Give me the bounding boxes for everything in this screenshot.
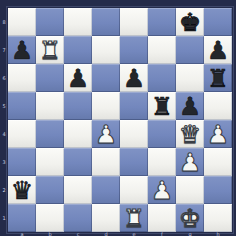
rank-label-5: 5 <box>0 92 8 120</box>
square-c4[interactable] <box>64 120 92 148</box>
square-a5[interactable] <box>8 92 36 120</box>
square-a1[interactable] <box>8 204 36 232</box>
square-e4[interactable] <box>120 120 148 148</box>
square-e5[interactable] <box>120 92 148 120</box>
square-h4[interactable]: ♟ <box>204 120 232 148</box>
square-f2[interactable]: ♟ <box>148 176 176 204</box>
square-d6[interactable] <box>92 64 120 92</box>
square-c5[interactable] <box>64 92 92 120</box>
square-a3[interactable] <box>8 148 36 176</box>
square-c3[interactable] <box>64 148 92 176</box>
square-f6[interactable] <box>148 64 176 92</box>
square-e3[interactable] <box>120 148 148 176</box>
square-f5[interactable]: ♜ <box>148 92 176 120</box>
rank-label-3: 3 <box>0 148 8 176</box>
square-b6[interactable] <box>36 64 64 92</box>
square-d8[interactable] <box>92 8 120 36</box>
piece-white-queen-g4[interactable]: ♛ <box>176 120 204 148</box>
square-g1[interactable]: ♚ <box>176 204 204 232</box>
square-c2[interactable] <box>64 176 92 204</box>
square-e2[interactable] <box>120 176 148 204</box>
square-h2[interactable] <box>204 176 232 204</box>
square-b5[interactable] <box>36 92 64 120</box>
rank-label-2: 2 <box>0 176 8 204</box>
square-g2[interactable] <box>176 176 204 204</box>
piece-black-rook-h6[interactable]: ♜ <box>204 64 232 92</box>
piece-black-pawn-a7[interactable]: ♟ <box>8 36 36 64</box>
square-e6[interactable]: ♟ <box>120 64 148 92</box>
square-a7[interactable]: ♟ <box>8 36 36 64</box>
square-g3[interactable]: ♟ <box>176 148 204 176</box>
square-d2[interactable] <box>92 176 120 204</box>
square-h6[interactable]: ♜ <box>204 64 232 92</box>
file-label-a: a <box>8 232 36 236</box>
piece-white-pawn-d4[interactable]: ♟ <box>92 120 120 148</box>
rank-label-7: 7 <box>0 36 8 64</box>
piece-black-pawn-h7[interactable]: ♟ <box>204 36 232 64</box>
piece-white-rook-e1[interactable]: ♜ <box>120 204 148 232</box>
square-d1[interactable] <box>92 204 120 232</box>
rank-label-8: 8 <box>0 8 8 36</box>
square-f4[interactable] <box>148 120 176 148</box>
piece-black-pawn-e6[interactable]: ♟ <box>120 64 148 92</box>
square-b2[interactable] <box>36 176 64 204</box>
square-a4[interactable] <box>8 120 36 148</box>
rank-labels: 87654321 <box>0 8 8 232</box>
square-d5[interactable] <box>92 92 120 120</box>
square-f1[interactable] <box>148 204 176 232</box>
rank-label-6: 6 <box>0 64 8 92</box>
square-e7[interactable] <box>120 36 148 64</box>
chess-board-widget: 87654321 abcdefgh ♚♟♜♟♟♟♜♜♟♟♛♟♟♛♟♜♚ <box>0 0 236 236</box>
square-h1[interactable] <box>204 204 232 232</box>
square-g5[interactable]: ♟ <box>176 92 204 120</box>
piece-white-pawn-h4[interactable]: ♟ <box>204 120 232 148</box>
piece-black-pawn-g5[interactable]: ♟ <box>176 92 204 120</box>
rank-label-4: 4 <box>0 120 8 148</box>
square-g6[interactable] <box>176 64 204 92</box>
square-h5[interactable] <box>204 92 232 120</box>
square-b7[interactable]: ♜ <box>36 36 64 64</box>
square-b8[interactable] <box>36 8 64 36</box>
piece-white-pawn-f2[interactable]: ♟ <box>148 176 176 204</box>
square-c1[interactable] <box>64 204 92 232</box>
square-b4[interactable] <box>36 120 64 148</box>
square-h8[interactable] <box>204 8 232 36</box>
square-c6[interactable]: ♟ <box>64 64 92 92</box>
square-d3[interactable] <box>92 148 120 176</box>
square-c7[interactable] <box>64 36 92 64</box>
file-label-d: d <box>92 232 120 236</box>
file-label-c: c <box>64 232 92 236</box>
square-f3[interactable] <box>148 148 176 176</box>
square-f8[interactable] <box>148 8 176 36</box>
piece-black-king-g8[interactable]: ♚ <box>176 8 204 36</box>
piece-white-pawn-g3[interactable]: ♟ <box>176 148 204 176</box>
square-c8[interactable] <box>64 8 92 36</box>
file-label-f: f <box>148 232 176 236</box>
square-g4[interactable]: ♛ <box>176 120 204 148</box>
piece-black-queen-a2[interactable]: ♛ <box>8 176 36 204</box>
square-e8[interactable] <box>120 8 148 36</box>
piece-black-pawn-c6[interactable]: ♟ <box>64 64 92 92</box>
piece-white-rook-b7[interactable]: ♜ <box>36 36 64 64</box>
square-h3[interactable] <box>204 148 232 176</box>
file-label-b: b <box>36 232 64 236</box>
square-g8[interactable]: ♚ <box>176 8 204 36</box>
file-label-h: h <box>204 232 232 236</box>
square-d7[interactable] <box>92 36 120 64</box>
square-a8[interactable] <box>8 8 36 36</box>
square-d4[interactable]: ♟ <box>92 120 120 148</box>
chess-board: ♚♟♜♟♟♟♜♜♟♟♛♟♟♛♟♜♚ <box>8 8 232 232</box>
square-b1[interactable] <box>36 204 64 232</box>
square-b3[interactable] <box>36 148 64 176</box>
square-f7[interactable] <box>148 36 176 64</box>
square-h7[interactable]: ♟ <box>204 36 232 64</box>
square-g7[interactable] <box>176 36 204 64</box>
square-a6[interactable] <box>8 64 36 92</box>
piece-white-king-g1[interactable]: ♚ <box>176 204 204 232</box>
rank-label-1: 1 <box>0 204 8 232</box>
piece-black-rook-f5[interactable]: ♜ <box>148 92 176 120</box>
square-e1[interactable]: ♜ <box>120 204 148 232</box>
square-a2[interactable]: ♛ <box>8 176 36 204</box>
